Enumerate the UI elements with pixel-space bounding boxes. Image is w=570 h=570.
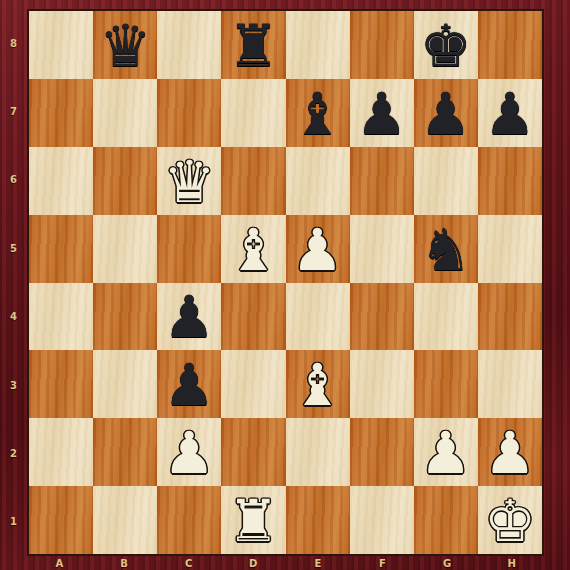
square-d3[interactable] (221, 350, 285, 418)
piece-white-bishop[interactable]: ♝ (292, 356, 344, 414)
piece-black-knight[interactable]: ♞ (420, 221, 472, 279)
square-g5[interactable]: ♞ (414, 215, 478, 283)
square-b7[interactable] (93, 79, 157, 147)
rank-labels: 87654321 (0, 9, 27, 556)
square-a3[interactable] (29, 350, 93, 418)
rank-label-2: 2 (0, 419, 27, 487)
file-label-g: G (415, 556, 480, 570)
square-g2[interactable]: ♟ (414, 418, 478, 486)
square-g3[interactable] (414, 350, 478, 418)
piece-white-pawn[interactable]: ♟ (292, 221, 344, 279)
file-label-h: H (479, 556, 544, 570)
square-c4[interactable]: ♟ (157, 283, 221, 351)
square-h1[interactable]: ♚ (478, 486, 542, 554)
square-c7[interactable] (157, 79, 221, 147)
piece-black-pawn[interactable]: ♟ (163, 356, 215, 414)
piece-white-queen[interactable]: ♛ (163, 153, 215, 211)
piece-black-pawn[interactable]: ♟ (356, 85, 408, 143)
square-h5[interactable] (478, 215, 542, 283)
file-label-b: B (92, 556, 157, 570)
square-f7[interactable]: ♟ (350, 79, 414, 147)
square-b4[interactable] (93, 283, 157, 351)
piece-white-pawn[interactable]: ♟ (420, 424, 472, 482)
piece-black-pawn[interactable]: ♟ (163, 288, 215, 346)
square-c6[interactable]: ♛ (157, 147, 221, 215)
rank-label-6: 6 (0, 146, 27, 214)
piece-white-pawn[interactable]: ♟ (163, 424, 215, 482)
square-f3[interactable] (350, 350, 414, 418)
rank-label-5: 5 (0, 214, 27, 282)
square-a8[interactable] (29, 11, 93, 79)
square-e3[interactable]: ♝ (286, 350, 350, 418)
square-g4[interactable] (414, 283, 478, 351)
square-a5[interactable] (29, 215, 93, 283)
rank-label-4: 4 (0, 283, 27, 351)
chess-diagram: 87654321 ♛♜♚♝♟♟♟♛♝♟♞♟♟♝♟♟♟♜♚ ABCDEFGH (0, 0, 570, 570)
square-b5[interactable] (93, 215, 157, 283)
square-c1[interactable] (157, 486, 221, 554)
square-b8[interactable]: ♛ (93, 11, 157, 79)
square-d1[interactable]: ♜ (221, 486, 285, 554)
piece-white-bishop[interactable]: ♝ (227, 221, 279, 279)
piece-black-rook[interactable]: ♜ (227, 17, 279, 75)
square-d2[interactable] (221, 418, 285, 486)
rank-label-3: 3 (0, 351, 27, 419)
square-b2[interactable] (93, 418, 157, 486)
square-g8[interactable]: ♚ (414, 11, 478, 79)
file-labels: ABCDEFGH (27, 556, 544, 570)
square-c2[interactable]: ♟ (157, 418, 221, 486)
rank-label-7: 7 (0, 77, 27, 145)
chess-board: ♛♜♚♝♟♟♟♛♝♟♞♟♟♝♟♟♟♜♚ (27, 9, 544, 556)
square-b3[interactable] (93, 350, 157, 418)
piece-black-pawn[interactable]: ♟ (484, 85, 536, 143)
piece-black-pawn[interactable]: ♟ (420, 85, 472, 143)
square-a4[interactable] (29, 283, 93, 351)
square-h4[interactable] (478, 283, 542, 351)
square-g6[interactable] (414, 147, 478, 215)
piece-black-king[interactable]: ♚ (420, 17, 472, 75)
piece-black-queen[interactable]: ♛ (99, 17, 151, 75)
rank-label-8: 8 (0, 9, 27, 77)
square-f4[interactable] (350, 283, 414, 351)
square-d8[interactable]: ♜ (221, 11, 285, 79)
square-a6[interactable] (29, 147, 93, 215)
file-label-d: D (221, 556, 286, 570)
square-b6[interactable] (93, 147, 157, 215)
square-a2[interactable] (29, 418, 93, 486)
file-label-c: C (156, 556, 221, 570)
square-g7[interactable]: ♟ (414, 79, 478, 147)
file-label-f: F (350, 556, 415, 570)
square-h2[interactable]: ♟ (478, 418, 542, 486)
square-d6[interactable] (221, 147, 285, 215)
square-a1[interactable] (29, 486, 93, 554)
square-h3[interactable] (478, 350, 542, 418)
piece-white-pawn[interactable]: ♟ (484, 424, 536, 482)
file-label-a: A (27, 556, 92, 570)
square-f6[interactable] (350, 147, 414, 215)
square-h7[interactable]: ♟ (478, 79, 542, 147)
square-f5[interactable] (350, 215, 414, 283)
rank-label-1: 1 (0, 488, 27, 556)
square-c5[interactable] (157, 215, 221, 283)
square-e2[interactable] (286, 418, 350, 486)
square-e1[interactable] (286, 486, 350, 554)
file-label-e: E (286, 556, 351, 570)
square-e5[interactable]: ♟ (286, 215, 350, 283)
piece-black-bishop[interactable]: ♝ (292, 85, 344, 143)
square-e6[interactable] (286, 147, 350, 215)
square-e4[interactable] (286, 283, 350, 351)
square-h6[interactable] (478, 147, 542, 215)
square-c8[interactable] (157, 11, 221, 79)
square-d7[interactable] (221, 79, 285, 147)
square-g1[interactable] (414, 486, 478, 554)
square-f2[interactable] (350, 418, 414, 486)
square-f8[interactable] (350, 11, 414, 79)
square-d5[interactable]: ♝ (221, 215, 285, 283)
square-a7[interactable] (29, 79, 93, 147)
square-e7[interactable]: ♝ (286, 79, 350, 147)
square-c3[interactable]: ♟ (157, 350, 221, 418)
square-e8[interactable] (286, 11, 350, 79)
square-b1[interactable] (93, 486, 157, 554)
piece-white-rook[interactable]: ♜ (227, 492, 279, 550)
square-d4[interactable] (221, 283, 285, 351)
square-f1[interactable] (350, 486, 414, 554)
square-h8[interactable] (478, 11, 542, 79)
piece-white-king[interactable]: ♚ (484, 492, 536, 550)
